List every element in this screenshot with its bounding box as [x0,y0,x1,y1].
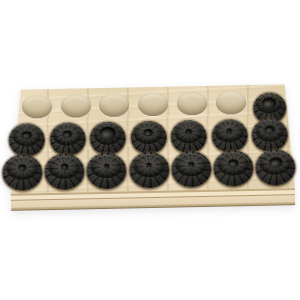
collet-bore-hole [269,157,282,167]
empty-socket [138,92,168,116]
collet-bore-hole [61,164,68,170]
collet-bore-hole [226,128,232,133]
empty-socket [177,91,207,115]
collet [171,151,212,188]
empty-socket [215,91,245,115]
product-photo [0,0,300,300]
empty-socket [99,93,129,117]
collet [44,153,85,190]
collet-bore-hole [22,131,32,139]
collet [130,120,167,154]
collet [86,153,127,190]
collet-bore-hole [228,159,238,167]
empty-socket [22,94,52,118]
collet-rack-board [9,84,295,215]
collet [211,119,248,153]
collet-bore-hole [63,131,72,138]
collet-bore-hole [186,129,192,134]
collet [251,118,288,152]
collet [2,154,43,191]
collet [170,119,207,153]
empty-socket [61,94,91,118]
collet [129,152,170,189]
collet [89,121,126,155]
collet [49,122,86,156]
collet [255,149,296,186]
collet-bore-hole [188,162,194,167]
collet [213,150,254,187]
collet [8,123,45,157]
pieces-layer [9,84,295,215]
